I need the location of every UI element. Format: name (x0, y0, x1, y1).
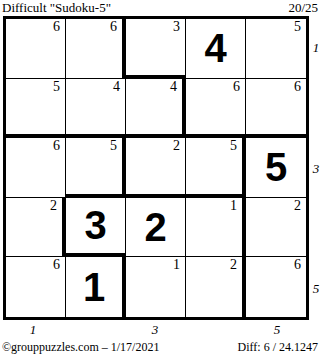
corner-clue: 2 (294, 199, 301, 213)
row-label-5: 5 (311, 281, 320, 297)
cell-r5c2[interactable]: 1 (66, 257, 126, 317)
cell-r4c5[interactable]: 2 (246, 198, 306, 258)
cell-r3c5[interactable]: 5 (246, 138, 306, 198)
difficulty-text: Diff: 6 / 24.1247 (238, 340, 318, 355)
corner-clue: 6 (53, 258, 60, 272)
cell-r3c2[interactable]: 5 (66, 138, 126, 198)
corner-clue: 5 (110, 139, 117, 153)
cell-r2c1[interactable]: 5 (6, 79, 66, 139)
corner-clue: 2 (230, 258, 237, 272)
col-label-1: 1 (27, 322, 39, 338)
cell-r1c1[interactable]: 6 (6, 19, 66, 79)
copyright-text: ©grouppuzzles.com – 1/17/2021 (2, 340, 159, 355)
cell-r4c3[interactable]: 2 (126, 198, 186, 258)
corner-clue: 4 (113, 80, 120, 94)
cell-r2c4[interactable]: 6 (186, 79, 246, 139)
big-digit: 4 (186, 19, 245, 78)
corner-clue: 1 (173, 258, 180, 272)
cell-r1c2[interactable]: 6 (66, 19, 126, 79)
cell-r2c2[interactable]: 4 (66, 79, 126, 139)
col-label-5: 5 (271, 322, 283, 338)
puzzle-counter: 20/25 (288, 0, 318, 16)
cell-r1c3[interactable]: 3 (126, 19, 186, 79)
big-digit: 2 (126, 198, 185, 257)
cell-r3c3[interactable]: 2 (126, 138, 186, 198)
row-label-3: 3 (311, 161, 320, 177)
corner-clue: 5 (230, 139, 237, 153)
cell-r4c2[interactable]: 3 (66, 198, 126, 258)
corner-clue: 6 (294, 258, 301, 272)
puzzle-page: Difficult "Sudoku-5" 20/25 6634554466652… (0, 0, 320, 355)
cell-r1c5[interactable]: 5 (246, 19, 306, 79)
cell-r3c4[interactable]: 5 (186, 138, 246, 198)
cell-r4c1[interactable]: 2 (6, 198, 66, 258)
puzzle-title: Difficult "Sudoku-5" (2, 0, 111, 16)
corner-clue: 3 (173, 20, 180, 34)
corner-clue: 5 (294, 20, 301, 34)
cell-r3c1[interactable]: 6 (6, 138, 66, 198)
corner-clue: 4 (170, 80, 177, 94)
board: 6634554466652552321261126 (3, 16, 309, 320)
corner-clue: 5 (53, 80, 60, 94)
corner-clue: 6 (233, 80, 240, 94)
cell-r2c3[interactable]: 4 (126, 79, 186, 139)
col-label-3: 3 (149, 322, 161, 338)
corner-clue: 6 (53, 139, 60, 153)
corner-clue: 2 (173, 139, 180, 153)
big-digit: 1 (66, 257, 122, 317)
cell-r5c4[interactable]: 2 (186, 257, 246, 317)
cell-r5c5[interactable]: 6 (246, 257, 306, 317)
row-label-1: 1 (311, 40, 320, 56)
big-digit: 5 (246, 138, 306, 197)
corner-clue: 6 (110, 20, 117, 34)
corner-clue: 2 (50, 199, 57, 213)
corner-clue: 6 (53, 20, 60, 34)
big-digit: 3 (66, 198, 125, 254)
cell-r5c1[interactable]: 6 (6, 257, 66, 317)
cell-r1c4[interactable]: 4 (186, 19, 246, 79)
cell-r5c3[interactable]: 1 (126, 257, 186, 317)
cell-r4c4[interactable]: 1 (186, 198, 246, 258)
corner-clue: 1 (230, 199, 237, 213)
cell-r2c5[interactable]: 6 (246, 79, 306, 139)
corner-clue: 6 (294, 80, 301, 94)
